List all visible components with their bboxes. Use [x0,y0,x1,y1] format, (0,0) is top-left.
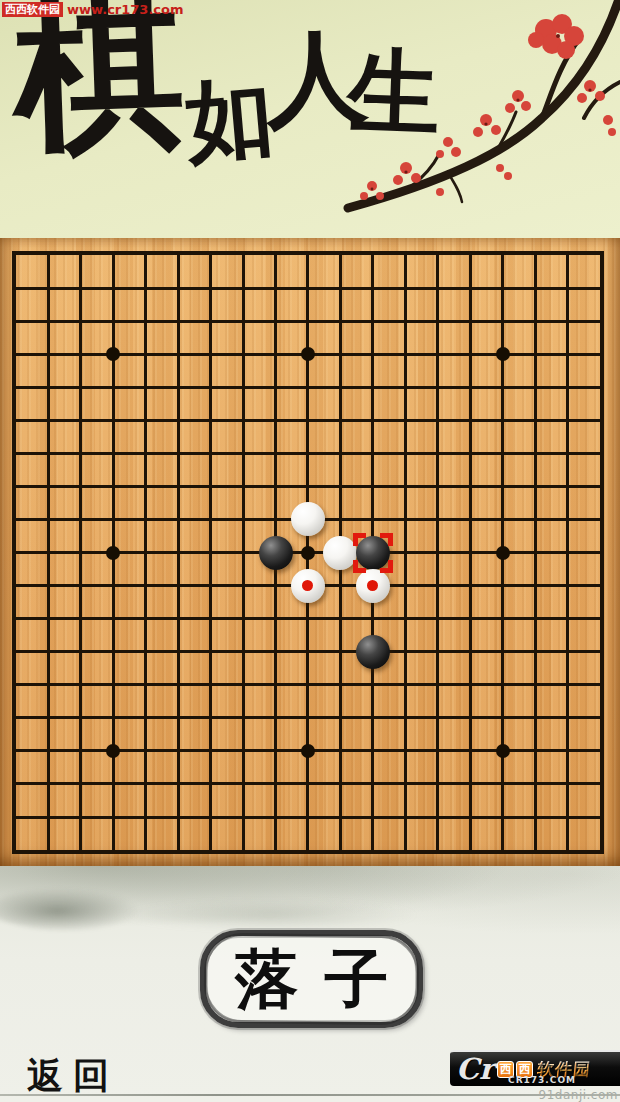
brand-cr-logo: Cr [456,1055,494,1084]
grid-line-vertical [469,255,472,850]
grid-line-vertical [436,255,439,850]
place-stone-label: 落子 [209,947,415,1011]
header-banner: 棋 如 人 生 [0,0,620,238]
white-stone [356,569,390,603]
site-badge: 西西软件园 [2,2,63,17]
ink-hill [120,900,420,930]
grid-line-horizontal [16,782,600,785]
brand-site2-url: 91danji.com [539,1088,618,1102]
grid-line-horizontal [16,650,600,653]
grid-line-horizontal [16,816,600,819]
grid-line-vertical [566,255,569,850]
grid-line-horizontal [16,617,600,620]
star-point [301,546,315,560]
title-char-qi: 棋 [11,0,187,159]
black-stone [259,536,293,570]
place-stone-button[interactable]: 落子 [200,930,423,1028]
go-board[interactable] [0,238,620,866]
grid-line-horizontal [16,683,600,686]
site-url: www.cr173.com [67,2,184,17]
star-point [496,347,510,361]
title-char-ru: 如 [182,70,277,165]
app-screen: 棋 如 人 生 西西软件园 www.cr173.com 落子 返回 Cr 西 西… [0,0,620,1102]
star-point [496,546,510,560]
brand-watermark: Cr 西 西 软件园 CR173.COM [450,1050,620,1086]
black-stone [356,635,390,669]
last-move-marker [353,533,393,573]
star-point [301,744,315,758]
brand-site-url: CR173.COM [508,1075,576,1085]
red-dot-marker [302,580,313,591]
site-watermark-top: 西西软件园 www.cr173.com [2,2,184,17]
footer-panel: 落子 返回 Cr 西 西 软件园 CR173.COM 91danji.com [0,866,620,1102]
grid-line-vertical [534,255,537,850]
star-point [106,546,120,560]
red-dot-marker [367,580,378,591]
marker-corner [353,560,366,573]
star-point [496,744,510,758]
title-char-sheng: 生 [346,44,441,139]
grid-line-vertical [404,255,407,850]
white-stone [291,569,325,603]
grid-line-horizontal [16,716,600,719]
bottom-divider [0,1094,620,1096]
marker-corner [353,533,366,546]
marker-corner [380,560,393,573]
marker-corner [380,533,393,546]
